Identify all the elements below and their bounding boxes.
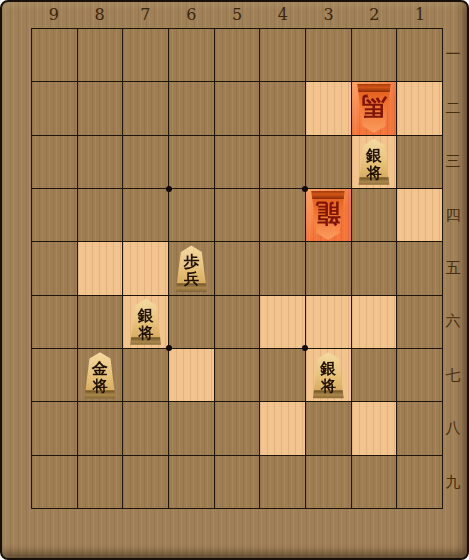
square-8-8[interactable] — [78, 402, 123, 454]
piece-promoted-bishop[interactable]: 馬 — [355, 84, 393, 133]
file-label-6: 6 — [168, 4, 214, 26]
square-3-3[interactable] — [306, 136, 351, 188]
square-3-8[interactable] — [306, 402, 351, 454]
piece-silver-general[interactable]: 銀将 — [311, 352, 346, 398]
rank-label-2: 二 — [439, 81, 467, 134]
square-2-9[interactable] — [352, 456, 397, 508]
piece-kanji: 兵 — [184, 272, 199, 287]
rank-label-4: 四 — [439, 188, 467, 241]
piece-kanji: 将 — [366, 166, 381, 181]
square-2-8[interactable] — [352, 402, 397, 454]
square-7-2[interactable] — [123, 82, 168, 134]
rank-label-8: 八 — [439, 402, 467, 455]
square-1-1[interactable] — [397, 29, 442, 81]
square-7-9[interactable] — [123, 456, 168, 508]
square-2-4[interactable] — [352, 189, 397, 241]
square-5-9[interactable] — [215, 456, 260, 508]
file-labels: 987654321 — [31, 4, 443, 26]
square-6-5[interactable]: 歩兵 — [169, 242, 214, 294]
square-9-7[interactable] — [32, 349, 77, 401]
file-label-9: 9 — [31, 4, 77, 26]
square-1-9[interactable] — [397, 456, 442, 508]
square-1-5[interactable] — [397, 242, 442, 294]
square-8-5[interactable] — [78, 242, 123, 294]
square-9-1[interactable] — [32, 29, 77, 81]
square-1-6[interactable] — [397, 296, 442, 348]
piece-pawn[interactable]: 歩兵 — [174, 245, 209, 291]
square-9-2[interactable] — [32, 82, 77, 134]
square-8-6[interactable] — [78, 296, 123, 348]
rank-label-1: 一 — [439, 28, 467, 81]
rank-label-5: 五 — [439, 242, 467, 295]
square-7-6[interactable]: 銀将 — [123, 296, 168, 348]
file-label-1: 1 — [397, 4, 443, 26]
piece-silver-general[interactable]: 銀将 — [128, 299, 163, 345]
square-4-7[interactable] — [260, 349, 305, 401]
square-2-2[interactable]: 馬 — [352, 82, 397, 134]
square-3-7[interactable]: 銀将 — [306, 349, 351, 401]
square-7-3[interactable] — [123, 136, 168, 188]
square-1-2[interactable] — [397, 82, 442, 134]
piece-kanji: 馬 — [361, 94, 386, 119]
square-8-9[interactable] — [78, 456, 123, 508]
square-6-9[interactable] — [169, 456, 214, 508]
rank-label-6: 六 — [439, 295, 467, 348]
square-4-5[interactable] — [260, 242, 305, 294]
square-5-2[interactable] — [215, 82, 260, 134]
square-7-4[interactable] — [123, 189, 168, 241]
square-5-6[interactable] — [215, 296, 260, 348]
square-5-8[interactable] — [215, 402, 260, 454]
square-8-1[interactable] — [78, 29, 123, 81]
hoshi-dot — [166, 186, 172, 192]
square-2-3[interactable]: 銀将 — [352, 136, 397, 188]
square-2-6[interactable] — [352, 296, 397, 348]
square-9-9[interactable] — [32, 456, 77, 508]
square-6-2[interactable] — [169, 82, 214, 134]
piece-kanji: 将 — [92, 379, 107, 394]
square-1-4[interactable] — [397, 189, 442, 241]
file-label-7: 7 — [123, 4, 169, 26]
square-8-7[interactable]: 金将 — [78, 349, 123, 401]
square-5-7[interactable] — [215, 349, 260, 401]
file-label-3: 3 — [306, 4, 352, 26]
square-6-7[interactable] — [169, 349, 214, 401]
square-6-3[interactable] — [169, 136, 214, 188]
square-4-1[interactable] — [260, 29, 305, 81]
square-3-2[interactable] — [306, 82, 351, 134]
square-9-4[interactable] — [32, 189, 77, 241]
square-2-1[interactable] — [352, 29, 397, 81]
square-8-2[interactable] — [78, 82, 123, 134]
rank-label-7: 七 — [439, 349, 467, 402]
square-1-8[interactable] — [397, 402, 442, 454]
square-8-4[interactable] — [78, 189, 123, 241]
square-5-4[interactable] — [215, 189, 260, 241]
file-label-4: 4 — [260, 4, 306, 26]
square-9-5[interactable] — [32, 242, 77, 294]
square-1-3[interactable] — [397, 136, 442, 188]
square-2-5[interactable] — [352, 242, 397, 294]
square-9-6[interactable] — [32, 296, 77, 348]
square-3-9[interactable] — [306, 456, 351, 508]
square-4-4[interactable] — [260, 189, 305, 241]
hoshi-dot — [302, 186, 308, 192]
square-6-4[interactable] — [169, 189, 214, 241]
square-8-3[interactable] — [78, 136, 123, 188]
square-1-7[interactable] — [397, 349, 442, 401]
square-7-7[interactable] — [123, 349, 168, 401]
board-grid: 馬銀将龍歩兵銀将金将銀将 — [31, 28, 443, 509]
square-4-6[interactable] — [260, 296, 305, 348]
square-4-3[interactable] — [260, 136, 305, 188]
square-5-3[interactable] — [215, 136, 260, 188]
square-3-1[interactable] — [306, 29, 351, 81]
square-7-8[interactable] — [123, 402, 168, 454]
rank-label-3: 三 — [439, 135, 467, 188]
square-5-5[interactable] — [215, 242, 260, 294]
piece-silver-general[interactable]: 銀将 — [356, 139, 391, 185]
piece-kanji: 将 — [321, 379, 336, 394]
file-label-5: 5 — [214, 4, 260, 26]
piece-gold-general[interactable]: 金将 — [82, 352, 117, 398]
square-3-6[interactable] — [306, 296, 351, 348]
hoshi-dot — [166, 345, 172, 351]
square-4-8[interactable] — [260, 402, 305, 454]
square-7-1[interactable] — [123, 29, 168, 81]
hoshi-dot — [302, 345, 308, 351]
piece-kanji: 金 — [92, 361, 108, 377]
rank-label-9: 九 — [439, 456, 467, 509]
piece-kanji: 龍 — [316, 201, 341, 226]
square-6-6[interactable] — [169, 296, 214, 348]
piece-kanji: 銀 — [320, 361, 336, 377]
square-4-2[interactable] — [260, 82, 305, 134]
square-4-9[interactable] — [260, 456, 305, 508]
square-6-8[interactable] — [169, 402, 214, 454]
piece-kanji: 将 — [138, 326, 153, 341]
piece-kanji: 歩 — [183, 254, 199, 270]
piece-kanji: 銀 — [366, 148, 382, 164]
square-9-3[interactable] — [32, 136, 77, 188]
piece-promoted-rook[interactable]: 龍 — [309, 191, 347, 240]
square-7-5[interactable] — [123, 242, 168, 294]
rank-labels: 一二三四五六七八九 — [439, 28, 467, 509]
square-3-5[interactable] — [306, 242, 351, 294]
square-5-1[interactable] — [215, 29, 260, 81]
file-label-2: 2 — [351, 4, 397, 26]
square-6-1[interactable] — [169, 29, 214, 81]
shogi-board: 987654321 一二三四五六七八九 馬銀将龍歩兵銀将金将銀将 — [0, 0, 469, 560]
square-3-4[interactable]: 龍 — [306, 189, 351, 241]
piece-kanji: 銀 — [138, 308, 154, 324]
file-label-8: 8 — [77, 4, 123, 26]
square-9-8[interactable] — [32, 402, 77, 454]
square-2-7[interactable] — [352, 349, 397, 401]
